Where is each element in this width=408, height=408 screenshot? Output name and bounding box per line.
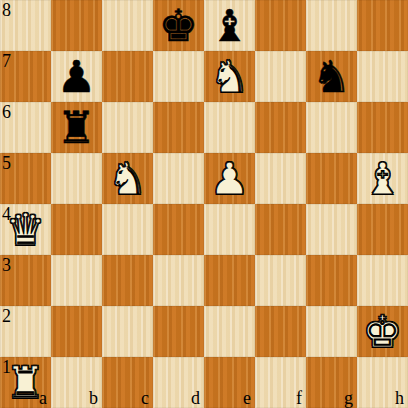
square-c5[interactable]: ♞ <box>102 153 153 204</box>
square-b2[interactable] <box>51 306 102 357</box>
square-a2[interactable]: 2 <box>0 306 51 357</box>
square-c6[interactable] <box>102 102 153 153</box>
rank-label-8: 8 <box>2 1 11 19</box>
white-pawn-piece[interactable]: ♟ <box>210 153 249 204</box>
square-g5[interactable] <box>306 153 357 204</box>
square-e4[interactable] <box>204 204 255 255</box>
rank-label-2: 2 <box>2 307 11 325</box>
square-e2[interactable] <box>204 306 255 357</box>
file-label-d: d <box>191 389 200 407</box>
white-queen-piece[interactable]: ♛ <box>6 204 45 255</box>
square-h6[interactable] <box>357 102 408 153</box>
square-f4[interactable] <box>255 204 306 255</box>
white-knight-piece[interactable]: ♞ <box>108 153 147 204</box>
square-e7[interactable]: ♞ <box>204 51 255 102</box>
square-e6[interactable] <box>204 102 255 153</box>
square-g6[interactable] <box>306 102 357 153</box>
rank-label-4: 4 <box>2 205 11 223</box>
square-g8[interactable] <box>306 0 357 51</box>
square-d6[interactable] <box>153 102 204 153</box>
square-d5[interactable] <box>153 153 204 204</box>
square-d4[interactable] <box>153 204 204 255</box>
square-b8[interactable] <box>51 0 102 51</box>
black-pawn-piece[interactable]: ♟ <box>57 51 96 102</box>
square-h5[interactable]: ♝ <box>357 153 408 204</box>
rank-label-1: 1 <box>2 358 11 376</box>
square-a1[interactable]: 1a♜ <box>0 357 51 408</box>
square-c2[interactable] <box>102 306 153 357</box>
square-h8[interactable] <box>357 0 408 51</box>
square-d1[interactable]: d <box>153 357 204 408</box>
square-f8[interactable] <box>255 0 306 51</box>
square-g2[interactable] <box>306 306 357 357</box>
square-h4[interactable] <box>357 204 408 255</box>
square-g4[interactable] <box>306 204 357 255</box>
square-f5[interactable] <box>255 153 306 204</box>
white-knight-piece[interactable]: ♞ <box>210 51 249 102</box>
file-label-g: g <box>344 389 353 407</box>
square-e5[interactable]: ♟ <box>204 153 255 204</box>
square-d7[interactable] <box>153 51 204 102</box>
square-f1[interactable]: f <box>255 357 306 408</box>
square-a7[interactable]: 7 <box>0 51 51 102</box>
black-rook-piece[interactable]: ♜ <box>57 102 96 153</box>
black-king-piece[interactable]: ♚ <box>159 0 198 51</box>
square-c3[interactable] <box>102 255 153 306</box>
square-c1[interactable]: c <box>102 357 153 408</box>
white-bishop-piece[interactable]: ♝ <box>363 153 402 204</box>
square-d8[interactable]: ♚ <box>153 0 204 51</box>
square-a6[interactable]: 6 <box>0 102 51 153</box>
square-a5[interactable]: 5 <box>0 153 51 204</box>
square-f2[interactable] <box>255 306 306 357</box>
file-label-a: a <box>39 389 47 407</box>
square-b5[interactable] <box>51 153 102 204</box>
square-g1[interactable]: g <box>306 357 357 408</box>
square-d2[interactable] <box>153 306 204 357</box>
square-h1[interactable]: h <box>357 357 408 408</box>
square-g3[interactable] <box>306 255 357 306</box>
square-b1[interactable]: b <box>51 357 102 408</box>
square-h2[interactable]: ♚ <box>357 306 408 357</box>
black-bishop-piece[interactable]: ♝ <box>210 0 249 51</box>
file-label-f: f <box>296 389 302 407</box>
square-e3[interactable] <box>204 255 255 306</box>
square-h7[interactable] <box>357 51 408 102</box>
rank-label-6: 6 <box>2 103 11 121</box>
square-a4[interactable]: 4♛ <box>0 204 51 255</box>
square-e1[interactable]: e <box>204 357 255 408</box>
rank-label-7: 7 <box>2 52 11 70</box>
file-label-h: h <box>395 389 404 407</box>
square-f3[interactable] <box>255 255 306 306</box>
black-knight-piece[interactable]: ♞ <box>312 51 351 102</box>
white-king-piece[interactable]: ♚ <box>363 306 402 357</box>
square-b4[interactable] <box>51 204 102 255</box>
square-d3[interactable] <box>153 255 204 306</box>
square-c8[interactable] <box>102 0 153 51</box>
rank-label-3: 3 <box>2 256 11 274</box>
square-b6[interactable]: ♜ <box>51 102 102 153</box>
square-e8[interactable]: ♝ <box>204 0 255 51</box>
square-c4[interactable] <box>102 204 153 255</box>
square-f6[interactable] <box>255 102 306 153</box>
square-a8[interactable]: 8 <box>0 0 51 51</box>
file-label-b: b <box>89 389 98 407</box>
square-g7[interactable]: ♞ <box>306 51 357 102</box>
rank-label-5: 5 <box>2 154 11 172</box>
file-label-e: e <box>243 389 251 407</box>
file-label-c: c <box>141 389 149 407</box>
square-a3[interactable]: 3 <box>0 255 51 306</box>
square-c7[interactable] <box>102 51 153 102</box>
chess-board: 8♚♝7♟♞♞6♜5♞♟♝4♛32♚1a♜bcdefgh <box>0 0 408 408</box>
square-b3[interactable] <box>51 255 102 306</box>
square-h3[interactable] <box>357 255 408 306</box>
square-f7[interactable] <box>255 51 306 102</box>
square-b7[interactable]: ♟ <box>51 51 102 102</box>
